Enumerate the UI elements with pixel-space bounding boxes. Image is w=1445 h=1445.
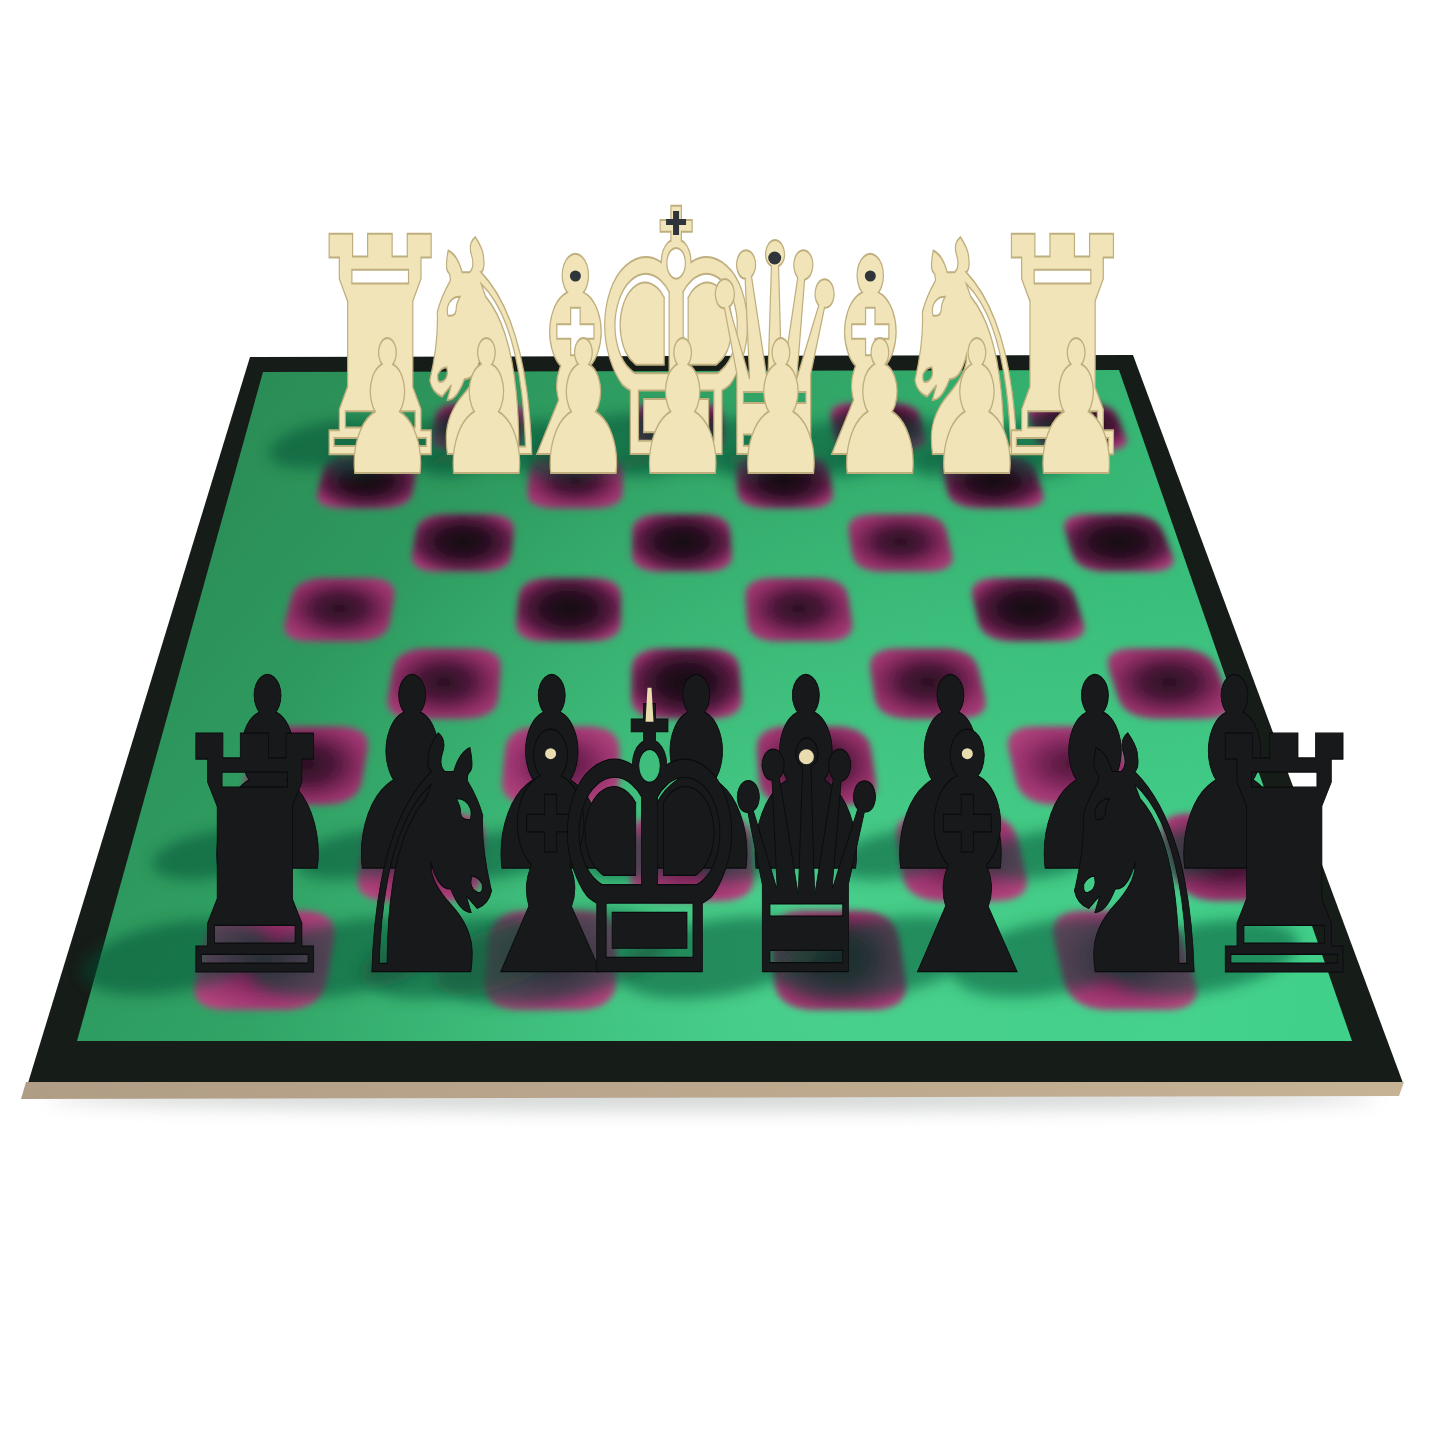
chessboard: ♜♞♝♚♛♝♞♜♟♟♟♟♟♟♟♟♟♟♟♟♟♟♟♟♜♞♝♚♛♝♞♜ (0, 0, 1445, 1445)
finial-white-bishop-tip (865, 271, 876, 282)
piece-black-rook-a8[interactable]: ♜ (1190, 668, 1378, 1049)
piece-white-pawn-a2[interactable]: ♟ (1026, 301, 1126, 517)
piece-white-pawn-g2[interactable]: ♟ (437, 301, 537, 517)
piece-black-rook-h8[interactable]: ♜ (161, 668, 349, 1049)
piece-white-pawn-d2[interactable]: ♟ (731, 301, 831, 517)
piece-white-pawn-f2[interactable]: ♟ (534, 301, 634, 517)
piece-white-pawn-h2[interactable]: ♟ (338, 301, 438, 517)
photo-scene: ♜♞♝♚♛♝♞♜♟♟♟♟♟♟♟♟♟♟♟♟♟♟♟♟♜♞♝♚♛♝♞♜ Overhea… (0, 0, 1445, 1445)
piece-black-queen-d8[interactable]: ♛ (715, 675, 899, 1047)
finial-black-queen-ball (799, 749, 814, 764)
piece-white-pawn-e2[interactable]: ♟ (633, 301, 733, 517)
finial-white-queen-ball (768, 252, 781, 265)
finial-black-bishop-tip (962, 748, 973, 759)
piece-white-pawn-b2[interactable]: ♟ (927, 301, 1027, 517)
piece-black-bishop-c8[interactable]: ♝ (872, 663, 1062, 1050)
piece-white-pawn-c2[interactable]: ♟ (830, 301, 930, 517)
finial-white-bishop-tip (570, 271, 581, 282)
